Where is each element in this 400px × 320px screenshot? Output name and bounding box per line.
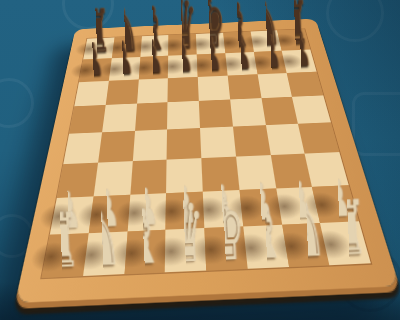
square-e5[interactable] bbox=[199, 100, 233, 128]
square-g4[interactable] bbox=[265, 124, 304, 155]
square-c4[interactable] bbox=[132, 129, 167, 160]
square-b4[interactable] bbox=[98, 131, 135, 163]
square-f5[interactable] bbox=[230, 98, 265, 126]
black-pawn[interactable]: ♟ bbox=[270, 34, 272, 71]
white-rook[interactable]: ♜ bbox=[347, 199, 350, 260]
black-pawn[interactable]: ♟ bbox=[181, 38, 183, 75]
square-b6[interactable] bbox=[105, 79, 138, 105]
square-e6[interactable] bbox=[198, 75, 230, 101]
square-g5[interactable] bbox=[261, 97, 298, 125]
black-pawn[interactable]: ♟ bbox=[211, 37, 213, 74]
square-f4[interactable] bbox=[233, 125, 271, 156]
square-h5[interactable] bbox=[292, 96, 331, 124]
square-d4[interactable] bbox=[167, 128, 201, 159]
background-shape-decoration bbox=[352, 92, 400, 156]
square-c5[interactable] bbox=[135, 102, 168, 130]
chess-board[interactable]: ♜♞♝♛♚♝♞♜♟♟♟♟♟♟♟♟♟♟♟♟♟♟♟♟♜♞♝♛♚♝♞♜ bbox=[42, 29, 371, 278]
white-queen[interactable]: ♛ bbox=[183, 199, 186, 268]
square-g1[interactable]: ♞ bbox=[282, 223, 330, 267]
square-a4[interactable] bbox=[63, 132, 101, 164]
square-d1[interactable]: ♛ bbox=[165, 228, 206, 272]
square-f6[interactable] bbox=[227, 74, 261, 100]
black-pawn[interactable]: ♟ bbox=[240, 35, 242, 72]
board-perspective-wrapper: ♜♞♝♛♚♝♞♜♟♟♟♟♟♟♟♟♟♟♟♟♟♟♟♟♜♞♝♛♚♝♞♜ bbox=[46, 0, 355, 282]
white-bishop[interactable]: ♝ bbox=[265, 202, 268, 263]
square-a5[interactable] bbox=[69, 105, 105, 134]
white-king[interactable]: ♚ bbox=[223, 197, 226, 266]
background-ring-decoration bbox=[0, 78, 34, 128]
board-frame: ♜♞♝♛♚♝♞♜♟♟♟♟♟♟♟♟♟♟♟♟♟♟♟♟♜♞♝♛♚♝♞♜ bbox=[15, 19, 400, 303]
square-c6[interactable] bbox=[137, 78, 169, 104]
square-a6[interactable] bbox=[74, 80, 108, 106]
white-knight[interactable]: ♞ bbox=[306, 201, 309, 262]
white-knight[interactable]: ♞ bbox=[101, 209, 104, 270]
square-h1[interactable]: ♜ bbox=[320, 222, 370, 265]
square-e4[interactable] bbox=[200, 127, 236, 158]
square-h6[interactable] bbox=[287, 71, 324, 97]
black-pawn[interactable]: ♟ bbox=[299, 33, 301, 70]
black-pawn[interactable]: ♟ bbox=[122, 40, 124, 77]
square-d5[interactable] bbox=[167, 101, 200, 129]
black-pawn[interactable]: ♟ bbox=[93, 42, 95, 79]
white-rook[interactable]: ♜ bbox=[60, 211, 63, 272]
white-bishop[interactable]: ♝ bbox=[142, 208, 145, 269]
game-background: ♜♞♝♛♚♝♞♜♟♟♟♟♟♟♟♟♟♟♟♟♟♟♟♟♜♞♝♛♚♝♞♜ bbox=[0, 0, 400, 320]
square-f1[interactable]: ♝ bbox=[243, 225, 288, 269]
square-d6[interactable] bbox=[168, 77, 199, 103]
black-pawn[interactable]: ♟ bbox=[152, 39, 154, 76]
square-c1[interactable]: ♝ bbox=[124, 230, 166, 274]
square-e1[interactable]: ♚ bbox=[204, 227, 247, 271]
square-h7[interactable]: ♟ bbox=[282, 49, 317, 72]
square-h4[interactable] bbox=[298, 122, 339, 153]
square-b5[interactable] bbox=[102, 104, 137, 133]
